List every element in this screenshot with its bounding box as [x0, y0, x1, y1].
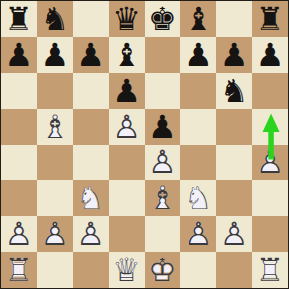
square-h6[interactable]	[252, 73, 288, 109]
white-piece-outline-layer: ♘	[180, 180, 216, 216]
square-d7[interactable]: ♝	[109, 37, 145, 73]
square-f1[interactable]	[180, 252, 216, 288]
square-b2[interactable]: ♟♙	[37, 216, 73, 252]
square-h3[interactable]	[252, 180, 288, 216]
square-g1[interactable]	[216, 252, 252, 288]
square-d8[interactable]: ♛	[109, 1, 145, 37]
white-piece-outline-layer: ♙	[37, 216, 73, 252]
white-piece-outline-layer: ♙	[180, 216, 216, 252]
white-piece-outline-layer: ♗	[37, 109, 73, 145]
piece-black-rook[interactable]: ♜	[1, 1, 37, 37]
piece-white-bishop[interactable]: ♝♗	[37, 109, 73, 145]
piece-black-pawn[interactable]: ♟	[109, 73, 145, 109]
white-piece-outline-layer: ♙	[252, 145, 288, 181]
square-a3[interactable]	[1, 180, 37, 216]
square-e6[interactable]	[145, 73, 181, 109]
square-f8[interactable]: ♝	[180, 1, 216, 37]
square-c5[interactable]	[73, 109, 109, 145]
square-d4[interactable]	[109, 145, 145, 181]
square-d6[interactable]: ♟	[109, 73, 145, 109]
square-g5[interactable]	[216, 109, 252, 145]
square-b6[interactable]	[37, 73, 73, 109]
square-g4[interactable]	[216, 145, 252, 181]
square-f4[interactable]	[180, 145, 216, 181]
square-c4[interactable]	[73, 145, 109, 181]
square-h7[interactable]: ♟	[252, 37, 288, 73]
white-piece-outline-layer: ♙	[145, 145, 181, 181]
white-piece-outline-layer: ♙	[73, 216, 109, 252]
piece-white-bishop[interactable]: ♝♗	[145, 180, 181, 216]
piece-black-bishop[interactable]: ♝	[180, 1, 216, 37]
square-h4[interactable]: ♟♙	[252, 145, 288, 181]
square-c1[interactable]	[73, 252, 109, 288]
piece-black-pawn[interactable]: ♟	[252, 37, 288, 73]
square-d1[interactable]: ♛♕	[109, 252, 145, 288]
square-a8[interactable]: ♜	[1, 1, 37, 37]
square-e2[interactable]	[145, 216, 181, 252]
white-piece-outline-layer: ♕	[109, 252, 145, 288]
square-h5[interactable]	[252, 109, 288, 145]
square-h1[interactable]: ♜♖	[252, 252, 288, 288]
square-a7[interactable]: ♟	[1, 37, 37, 73]
square-e8[interactable]: ♚	[145, 1, 181, 37]
square-e1[interactable]: ♚♔	[145, 252, 181, 288]
white-piece-outline-layer: ♗	[145, 180, 181, 216]
piece-black-rook[interactable]: ♜	[252, 1, 288, 37]
piece-white-rook[interactable]: ♜♖	[252, 252, 288, 288]
white-piece-outline-layer: ♙	[109, 109, 145, 145]
square-a5[interactable]	[1, 109, 37, 145]
square-a2[interactable]: ♟♙	[1, 216, 37, 252]
piece-black-pawn[interactable]: ♟	[180, 37, 216, 73]
chess-board: ♜♞♛♚♝♜♟♟♟♝♟♟♟♟♞♝♗♟♙♟♟♙♟♙♞♘♝♗♞♘♟♙♟♙♟♙♟♙♟♙…	[0, 0, 289, 289]
piece-black-pawn[interactable]: ♟	[1, 37, 37, 73]
square-f7[interactable]: ♟	[180, 37, 216, 73]
square-g7[interactable]: ♟	[216, 37, 252, 73]
piece-white-king[interactable]: ♚♔	[145, 252, 181, 288]
square-e3[interactable]: ♝♗	[145, 180, 181, 216]
square-f5[interactable]	[180, 109, 216, 145]
square-f2[interactable]: ♟♙	[180, 216, 216, 252]
square-c8[interactable]	[73, 1, 109, 37]
square-g8[interactable]	[216, 1, 252, 37]
square-b7[interactable]: ♟	[37, 37, 73, 73]
square-c7[interactable]: ♟	[73, 37, 109, 73]
piece-black-pawn[interactable]: ♟	[216, 37, 252, 73]
square-f3[interactable]: ♞♘	[180, 180, 216, 216]
square-g3[interactable]	[216, 180, 252, 216]
square-b5[interactable]: ♝♗	[37, 109, 73, 145]
white-piece-outline-layer: ♔	[145, 252, 181, 288]
piece-black-queen[interactable]: ♛	[109, 1, 145, 37]
white-piece-outline-layer: ♖	[252, 252, 288, 288]
square-b3[interactable]	[37, 180, 73, 216]
square-b4[interactable]	[37, 145, 73, 181]
piece-black-pawn[interactable]: ♟	[145, 109, 181, 145]
piece-white-rook[interactable]: ♜♖	[1, 252, 37, 288]
piece-white-pawn[interactable]: ♟♙	[145, 145, 181, 181]
square-c6[interactable]	[73, 73, 109, 109]
piece-white-pawn[interactable]: ♟♙	[109, 109, 145, 145]
square-g6[interactable]: ♞	[216, 73, 252, 109]
square-g2[interactable]: ♟♙	[216, 216, 252, 252]
piece-white-pawn[interactable]: ♟♙	[73, 216, 109, 252]
piece-white-knight[interactable]: ♞♘	[73, 180, 109, 216]
piece-white-pawn[interactable]: ♟♙	[37, 216, 73, 252]
square-e5[interactable]: ♟	[145, 109, 181, 145]
square-e4[interactable]: ♟♙	[145, 145, 181, 181]
square-b8[interactable]: ♞	[37, 1, 73, 37]
piece-white-knight[interactable]: ♞♘	[180, 180, 216, 216]
piece-black-knight[interactable]: ♞	[37, 1, 73, 37]
square-e7[interactable]	[145, 37, 181, 73]
square-d2[interactable]	[109, 216, 145, 252]
square-a1[interactable]: ♜♖	[1, 252, 37, 288]
piece-white-pawn[interactable]: ♟♙	[216, 216, 252, 252]
piece-white-pawn[interactable]: ♟♙	[1, 216, 37, 252]
piece-black-bishop[interactable]: ♝	[109, 37, 145, 73]
square-d3[interactable]	[109, 180, 145, 216]
piece-white-queen[interactable]: ♛♕	[109, 252, 145, 288]
white-piece-outline-layer: ♖	[1, 252, 37, 288]
square-c2[interactable]: ♟♙	[73, 216, 109, 252]
square-c3[interactable]: ♞♘	[73, 180, 109, 216]
square-d5[interactable]: ♟♙	[109, 109, 145, 145]
square-f6[interactable]	[180, 73, 216, 109]
piece-white-pawn[interactable]: ♟♙	[252, 145, 288, 181]
piece-black-pawn[interactable]: ♟	[37, 37, 73, 73]
square-a4[interactable]	[1, 145, 37, 181]
square-b1[interactable]	[37, 252, 73, 288]
piece-black-knight[interactable]: ♞	[216, 73, 252, 109]
white-piece-outline-layer: ♙	[216, 216, 252, 252]
piece-black-pawn[interactable]: ♟	[73, 37, 109, 73]
piece-white-pawn[interactable]: ♟♙	[180, 216, 216, 252]
white-piece-outline-layer: ♘	[73, 180, 109, 216]
square-h2[interactable]	[252, 216, 288, 252]
square-a6[interactable]	[1, 73, 37, 109]
piece-black-king[interactable]: ♚	[145, 1, 181, 37]
white-piece-outline-layer: ♙	[1, 216, 37, 252]
square-h8[interactable]: ♜	[252, 1, 288, 37]
